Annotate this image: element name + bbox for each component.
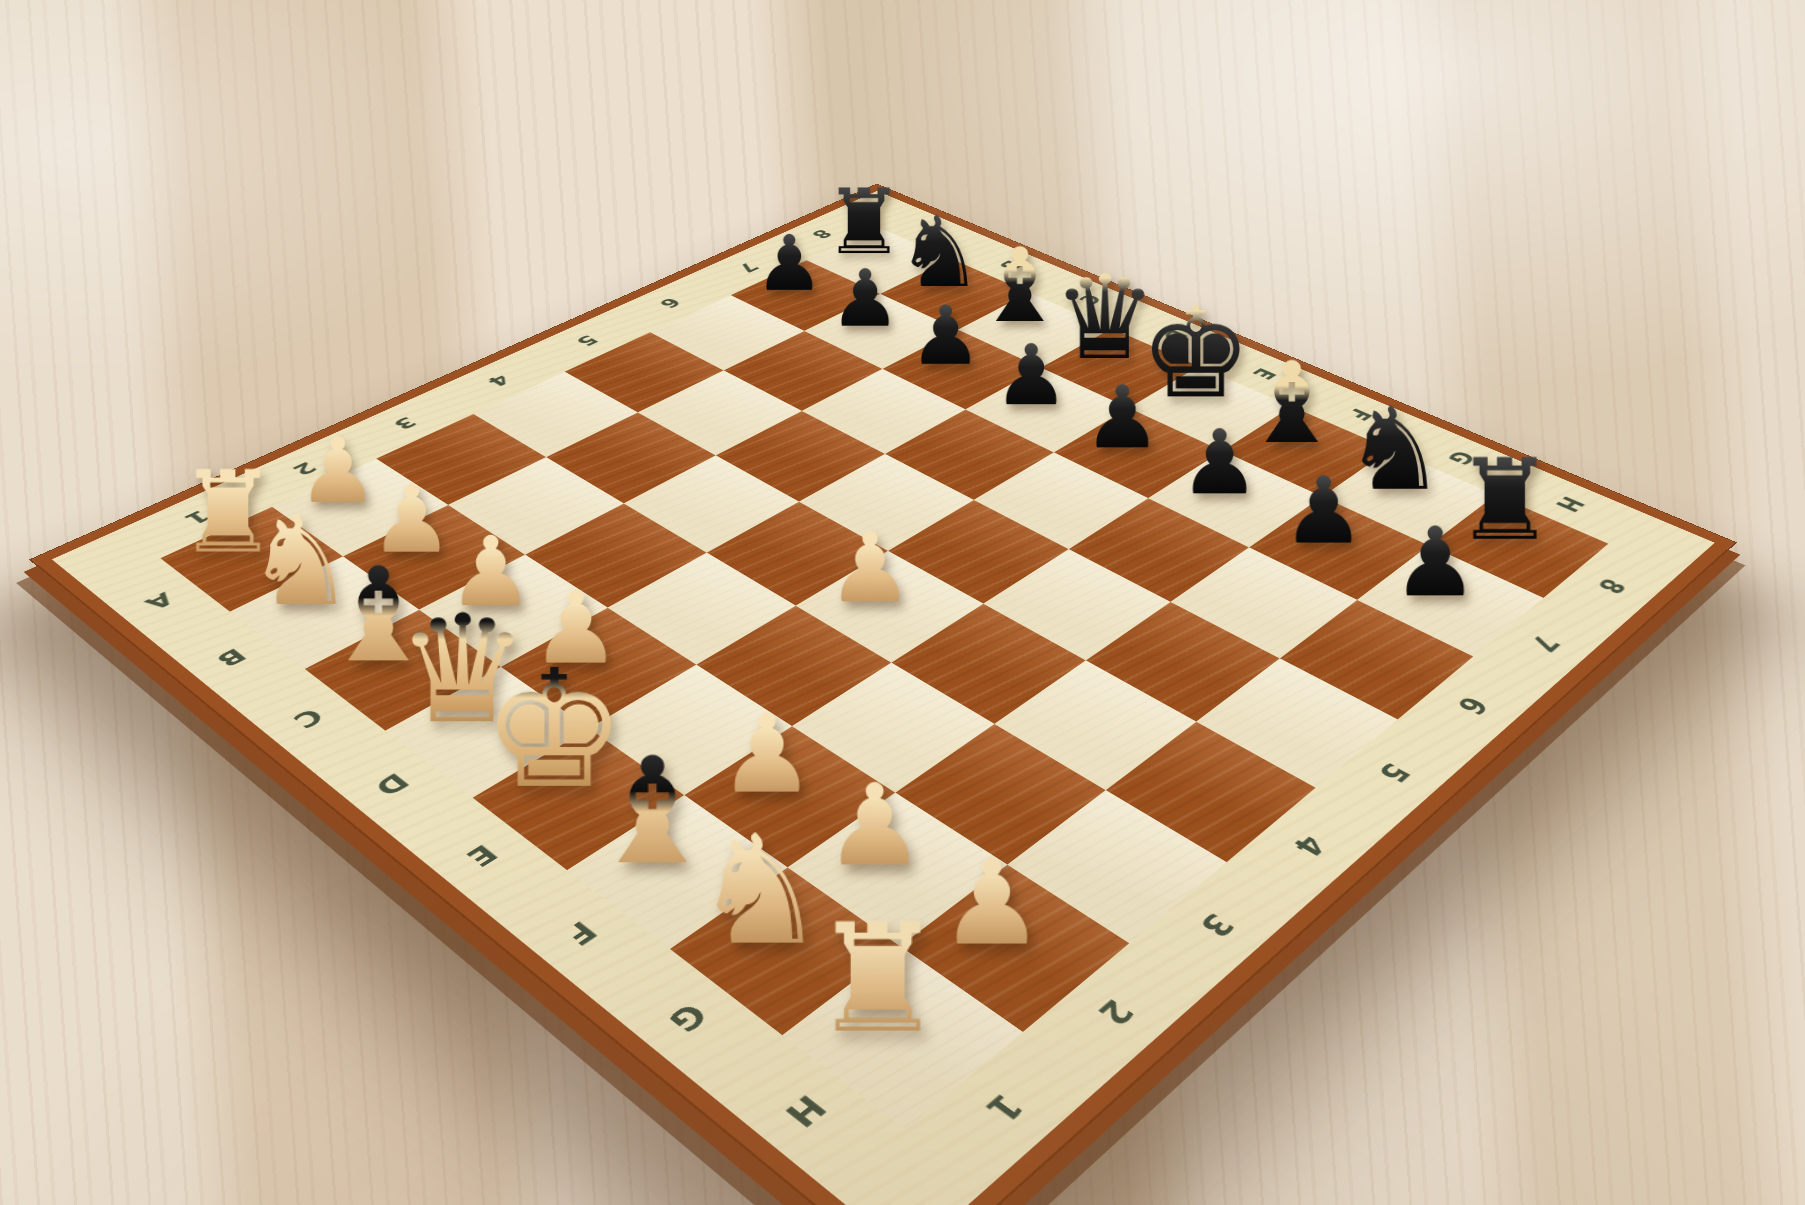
white-rook-icon: ♜ bbox=[810, 903, 945, 1053]
piece-black-pawn-h7[interactable]: ♟ bbox=[1346, 418, 1523, 611]
black-pawn-icon: ♟ bbox=[1392, 515, 1478, 611]
piece-white-pawn-e4[interactable]: ♟ bbox=[781, 423, 959, 616]
photo-scene: ABCDEFGH8♜♞♝♛♚♝♞♜87♟♟♟♟♟♟♟♟766554♟4332♟♟… bbox=[0, 0, 1805, 1205]
piece-white-rook-h1[interactable]: ♜ bbox=[763, 805, 991, 1053]
